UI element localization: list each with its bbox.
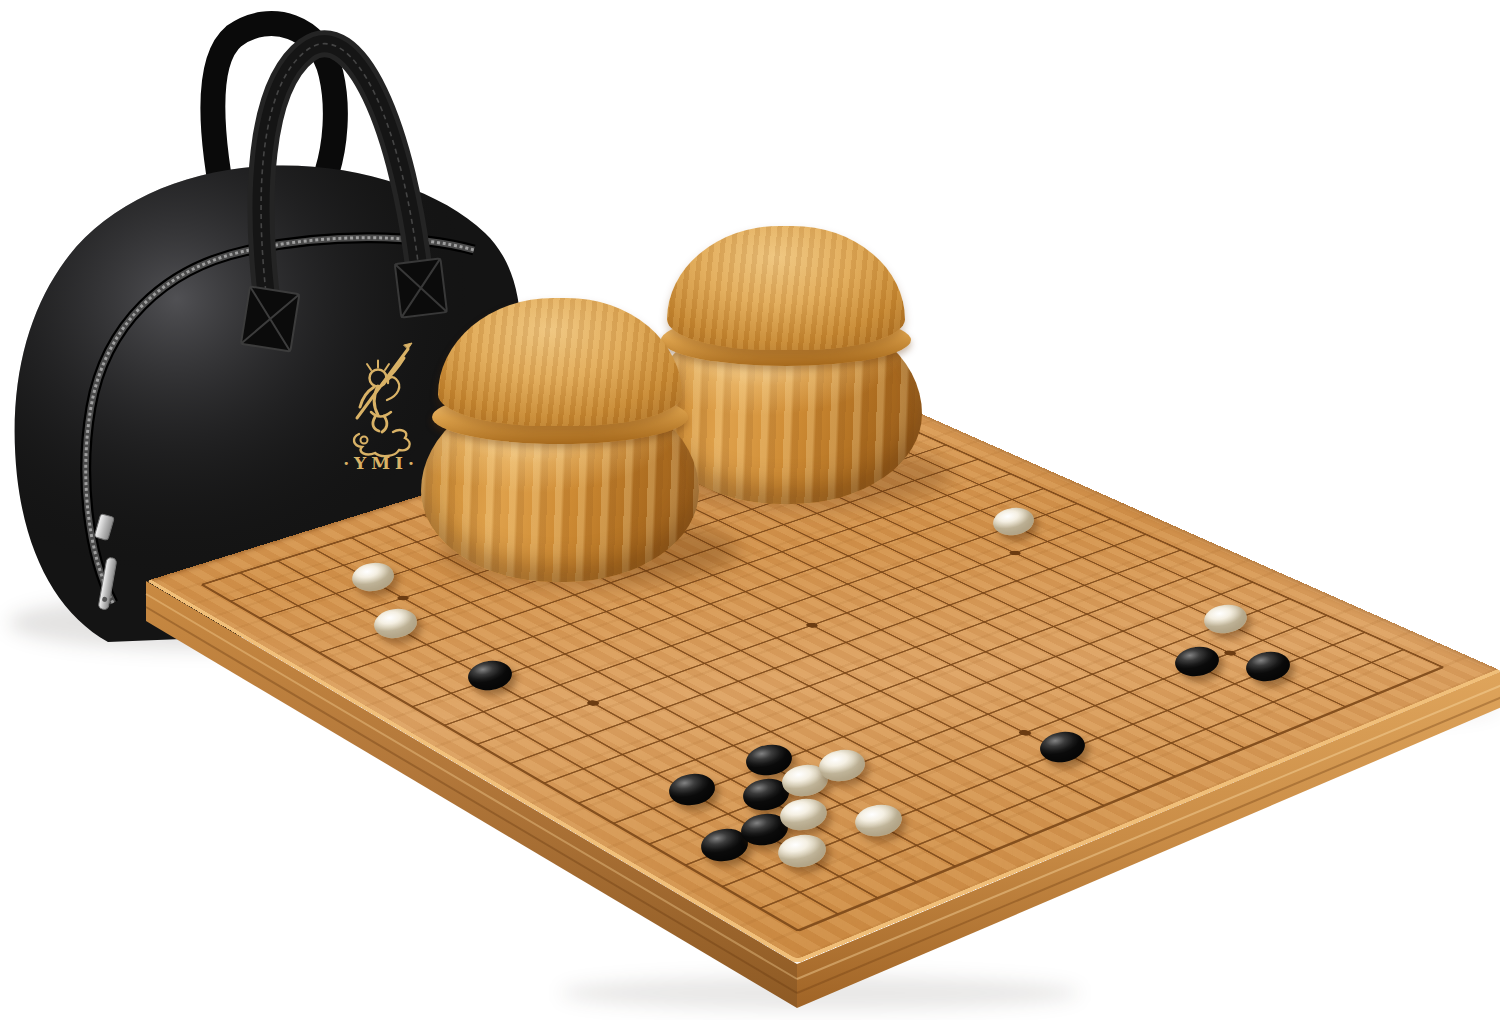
bowl-lid — [667, 226, 905, 350]
bowl-lid — [438, 298, 682, 426]
go-set-product-photo: ·YMI· — [0, 0, 1500, 1020]
stone-bowl-left — [421, 298, 701, 584]
